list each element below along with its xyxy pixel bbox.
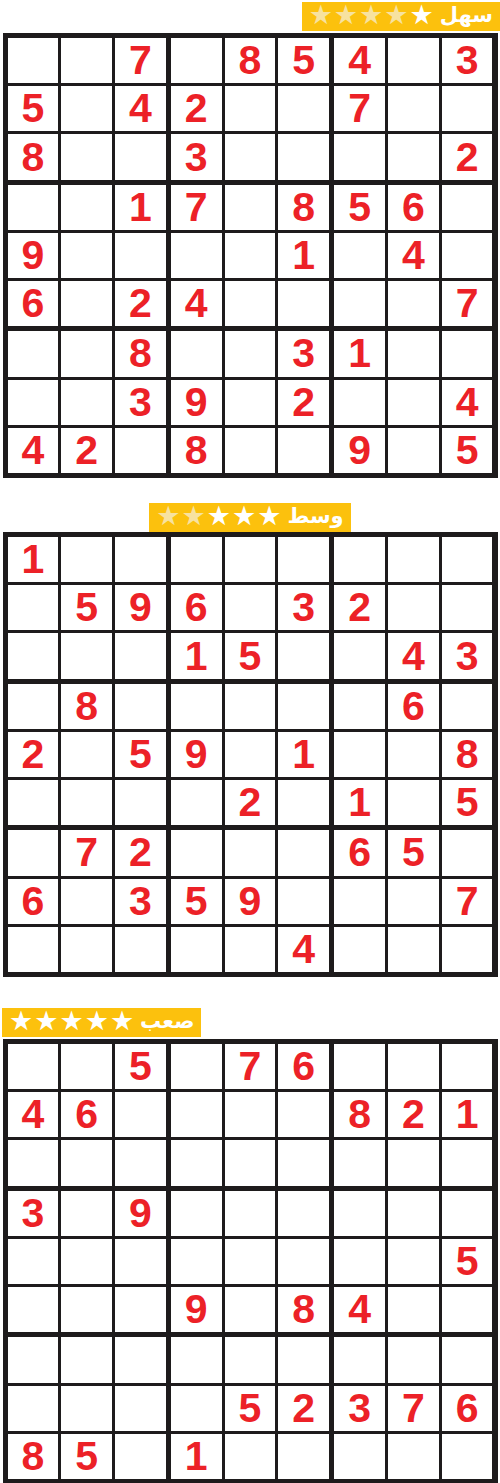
sudoku-cell-empty[interactable] (225, 1287, 276, 1332)
sudoku-cell-empty[interactable] (334, 134, 385, 179)
sudoku-cell-empty[interactable] (61, 331, 112, 376)
sudoku-cell-given: 1 (334, 331, 385, 376)
sudoku-cell-empty[interactable] (278, 1337, 329, 1382)
sudoku-cell-empty[interactable] (115, 134, 166, 179)
sudoku-cell-empty[interactable] (388, 86, 439, 131)
sudoku-cell-given: 7 (442, 879, 493, 924)
sudoku-cell-empty[interactable] (8, 1140, 59, 1185)
sudoku-box: 5647 (334, 185, 492, 327)
sudoku-cell-empty[interactable] (388, 1287, 439, 1332)
sudoku-cell-empty[interactable] (115, 233, 166, 278)
banner-row: ★★★★★ سهل (0, 2, 500, 31)
sudoku-box: 376 (334, 1337, 492, 1479)
sudoku-cell-given: 9 (8, 233, 59, 278)
sudoku-cell-empty[interactable] (388, 331, 439, 376)
sudoku-cell-given: 9 (334, 428, 385, 473)
sudoku-cell-empty[interactable] (61, 780, 112, 825)
sudoku-cell-given: 4 (388, 233, 439, 278)
sudoku-cell-given: 8 (8, 1434, 59, 1479)
sudoku-cell-empty[interactable] (278, 281, 329, 326)
puzzle-easy: ★★★★★ سهل 754885234372196278145647834239… (0, 0, 500, 478)
sudoku-cell-empty[interactable] (278, 1191, 329, 1236)
sudoku-cell-given: 3 (115, 879, 166, 924)
sudoku-cell-empty[interactable] (334, 281, 385, 326)
sudoku-cell-given: 8 (171, 428, 222, 473)
sudoku-cell-empty[interactable] (442, 927, 493, 972)
sudoku-cell-empty[interactable] (225, 1140, 276, 1185)
sudoku-cell-empty[interactable] (225, 428, 276, 473)
difficulty-label: صعب (140, 1011, 194, 1035)
sudoku-cell-empty[interactable] (61, 1191, 112, 1236)
sudoku-cell-empty[interactable] (225, 185, 276, 230)
star-filled-icon: ★ (110, 1008, 134, 1035)
sudoku-cell-empty[interactable] (171, 1044, 222, 1089)
sudoku-cell-empty[interactable] (61, 185, 112, 230)
sudoku-cell-empty[interactable] (8, 927, 59, 972)
sudoku-cell-empty[interactable] (115, 780, 166, 825)
sudoku-cell-empty[interactable] (388, 428, 439, 473)
sudoku-cell-given: 2 (8, 732, 59, 777)
sudoku-cell-empty[interactable] (442, 1337, 493, 1382)
sudoku-cell-empty[interactable] (278, 428, 329, 473)
sudoku-cell-empty[interactable] (8, 684, 59, 729)
sudoku-cell-empty[interactable] (225, 927, 276, 972)
sudoku-box: 7814 (171, 185, 329, 327)
sudoku-cell-given: 9 (115, 585, 166, 630)
sudoku-cell-empty[interactable] (171, 537, 222, 582)
sudoku-cell-given: 7 (115, 38, 166, 83)
sudoku-cell-given: 1 (334, 780, 385, 825)
sudoku-box: 546 (8, 1044, 166, 1186)
sudoku-cell-empty[interactable] (115, 927, 166, 972)
sudoku-cell-empty[interactable] (8, 1337, 59, 1382)
sudoku-cell-empty[interactable] (61, 1386, 112, 1431)
sudoku-cell-empty[interactable] (225, 1092, 276, 1137)
sudoku-box: 6315 (171, 537, 329, 679)
sudoku-cell-empty[interactable] (225, 830, 276, 875)
sudoku-cell-empty[interactable] (171, 927, 222, 972)
sudoku-cell-empty[interactable] (278, 1434, 329, 1479)
sudoku-cell-empty[interactable] (225, 585, 276, 630)
difficulty-banner: ★★★★★ صعب (2, 1008, 201, 1037)
sudoku-cell-empty[interactable] (225, 233, 276, 278)
sudoku-cell-empty[interactable] (442, 331, 493, 376)
sudoku-cell-given: 4 (278, 927, 329, 972)
sudoku-cell-empty[interactable] (171, 1386, 222, 1431)
sudoku-cell-empty[interactable] (388, 134, 439, 179)
sudoku-cell-empty[interactable] (278, 780, 329, 825)
sudoku-cell-empty[interactable] (334, 1239, 385, 1284)
sudoku-cell-empty[interactable] (278, 879, 329, 924)
sudoku-cell-given: 2 (388, 1092, 439, 1137)
sudoku-cell-empty[interactable] (278, 633, 329, 678)
sudoku-cell-given: 3 (171, 134, 222, 179)
sudoku-cell-given: 3 (442, 38, 493, 83)
sudoku-cell-given: 4 (8, 1092, 59, 1137)
sudoku-cell-given: 5 (334, 185, 385, 230)
sudoku-cell-given: 7 (388, 1386, 439, 1431)
sudoku-cell-empty[interactable] (115, 1337, 166, 1382)
sudoku-cell-empty[interactable] (442, 585, 493, 630)
sudoku-box: 521 (171, 1337, 329, 1479)
sudoku-cell-empty[interactable] (115, 1386, 166, 1431)
sudoku-cell-given: 5 (388, 830, 439, 875)
sudoku-cell-empty[interactable] (388, 1337, 439, 1382)
sudoku-cell-given: 1 (171, 633, 222, 678)
sudoku-cell-empty[interactable] (388, 1140, 439, 1185)
star-empty-icon: ★ (309, 2, 333, 29)
sudoku-cell-empty[interactable] (225, 380, 276, 425)
sudoku-cell-empty[interactable] (388, 780, 439, 825)
sudoku-cell-empty[interactable] (442, 233, 493, 278)
sudoku-box: 6815 (334, 684, 492, 826)
sudoku-cell-empty[interactable] (278, 1140, 329, 1185)
star-filled-icon: ★ (207, 503, 231, 530)
sudoku-box: 7263 (8, 830, 166, 972)
sudoku-cell-empty[interactable] (334, 879, 385, 924)
sudoku-board: 5467682139985485521376 (3, 1039, 498, 1483)
sudoku-box: 159 (8, 537, 166, 679)
sudoku-cell-empty[interactable] (61, 380, 112, 425)
sudoku-cell-empty[interactable] (334, 633, 385, 678)
sudoku-cell-given: 5 (8, 86, 59, 131)
sudoku-cell-empty[interactable] (334, 233, 385, 278)
difficulty-label: وسط (287, 506, 343, 530)
sudoku-cell-empty[interactable] (334, 380, 385, 425)
sudoku-cell-empty[interactable] (388, 537, 439, 582)
sudoku-cell-empty[interactable] (61, 1239, 112, 1284)
sudoku-cell-empty[interactable] (334, 1337, 385, 1382)
sudoku-cell-given: 1 (278, 732, 329, 777)
sudoku-cell-given: 6 (278, 1044, 329, 1089)
sudoku-cell-empty[interactable] (61, 134, 112, 179)
sudoku-cell-given: 9 (171, 732, 222, 777)
sudoku-cell-given: 1 (171, 1434, 222, 1479)
sudoku-cell-given: 3 (278, 585, 329, 630)
sudoku-cell-empty[interactable] (115, 633, 166, 678)
star-filled-icon: ★ (34, 1008, 58, 1035)
sudoku-cell-given: 7 (334, 86, 385, 131)
sudoku-cell-given: 2 (115, 830, 166, 875)
sudoku-cell-empty[interactable] (334, 1434, 385, 1479)
sudoku-box: 8523 (171, 38, 329, 180)
sudoku-cell-empty[interactable] (278, 134, 329, 179)
sudoku-cell-given: 5 (278, 38, 329, 83)
banner-row: ★★★★★ وسط (0, 503, 500, 532)
sudoku-cell-empty[interactable] (225, 134, 276, 179)
sudoku-cell-empty[interactable] (171, 1337, 222, 1382)
sudoku-cell-empty[interactable] (8, 185, 59, 230)
star-filled-icon: ★ (59, 1008, 83, 1035)
star-filled-icon: ★ (85, 1008, 109, 1035)
sudoku-cell-empty[interactable] (115, 537, 166, 582)
sudoku-box: 243 (334, 537, 492, 679)
sudoku-cell-given: 7 (225, 1044, 276, 1089)
sudoku-cell-empty[interactable] (8, 1044, 59, 1089)
sudoku-cell-empty[interactable] (61, 281, 112, 326)
sudoku-cell-empty[interactable] (278, 1092, 329, 1137)
sudoku-cell-given: 2 (442, 134, 493, 179)
sudoku-cell-empty[interactable] (8, 633, 59, 678)
sudoku-cell-empty[interactable] (225, 537, 276, 582)
puzzle-medium: ★★★★★ وسط 159631524382591268157263594657 (0, 503, 500, 977)
sudoku-cell-empty[interactable] (278, 86, 329, 131)
sudoku-cell-given: 8 (8, 134, 59, 179)
sudoku-cell-empty[interactable] (8, 1386, 59, 1431)
sudoku-box: 821 (334, 1044, 492, 1186)
sudoku-cell-empty[interactable] (61, 38, 112, 83)
sudoku-cell-given: 9 (225, 879, 276, 924)
sudoku-cell-empty[interactable] (225, 1239, 276, 1284)
star-filled-icon: ★ (232, 503, 256, 530)
difficulty-label: سهل (440, 5, 493, 29)
sudoku-cell-empty[interactable] (442, 86, 493, 131)
sudoku-cell-given: 4 (442, 380, 493, 425)
sudoku-cell-given: 4 (115, 86, 166, 131)
sudoku-cell-empty[interactable] (278, 684, 329, 729)
star-filled-icon: ★ (9, 1008, 33, 1035)
sudoku-cell-empty[interactable] (115, 1140, 166, 1185)
sudoku-cell-empty[interactable] (8, 585, 59, 630)
sudoku-cell-empty[interactable] (388, 927, 439, 972)
sudoku-cell-given: 3 (442, 633, 493, 678)
sudoku-cell-given: 8 (442, 732, 493, 777)
sudoku-cell-given: 5 (115, 732, 166, 777)
sudoku-box: 7548 (8, 38, 166, 180)
sudoku-cell-empty[interactable] (8, 830, 59, 875)
sudoku-cell-empty[interactable] (61, 537, 112, 582)
sudoku-cell-empty[interactable] (225, 331, 276, 376)
sudoku-cell-empty[interactable] (388, 281, 439, 326)
difficulty-banner: ★★★★★ سهل (302, 2, 500, 31)
sudoku-cell-given: 5 (442, 780, 493, 825)
sudoku-box: 1962 (8, 185, 166, 327)
sudoku-cell-empty[interactable] (334, 1140, 385, 1185)
sudoku-cell-empty[interactable] (334, 1191, 385, 1236)
sudoku-cell-empty[interactable] (388, 1191, 439, 1236)
sudoku-cell-empty[interactable] (388, 879, 439, 924)
sudoku-cell-given: 6 (8, 879, 59, 924)
sudoku-box: 825 (8, 684, 166, 826)
sudoku-cell-given: 2 (115, 281, 166, 326)
sudoku-cell-empty[interactable] (388, 38, 439, 83)
sudoku-cell-empty[interactable] (442, 684, 493, 729)
sudoku-cell-empty[interactable] (442, 1287, 493, 1332)
sudoku-cell-given: 3 (8, 1191, 59, 1236)
sudoku-cell-empty[interactable] (115, 684, 166, 729)
sudoku-box: 3928 (171, 331, 329, 473)
sudoku-cell-given: 6 (388, 684, 439, 729)
sudoku-cell-given: 5 (61, 1434, 112, 1479)
sudoku-cell-empty[interactable] (115, 1434, 166, 1479)
sudoku-cell-empty[interactable] (442, 1434, 493, 1479)
sudoku-cell-given: 9 (115, 1191, 166, 1236)
sudoku-cell-empty[interactable] (388, 1044, 439, 1089)
sudoku-cell-given: 3 (278, 331, 329, 376)
sudoku-cell-empty[interactable] (115, 428, 166, 473)
sudoku-cell-given: 6 (334, 830, 385, 875)
sudoku-box: 657 (334, 830, 492, 972)
sudoku-cell-empty[interactable] (334, 1044, 385, 1089)
sudoku-cell-given: 2 (61, 428, 112, 473)
sudoku-cell-empty[interactable] (61, 879, 112, 924)
sudoku-box: 4372 (334, 38, 492, 180)
sudoku-cell-given: 5 (115, 1044, 166, 1089)
star-empty-icon: ★ (182, 503, 206, 530)
sudoku-cell-given: 1 (442, 1092, 493, 1137)
sudoku-cell-empty[interactable] (225, 86, 276, 131)
sudoku-box: 54 (334, 1191, 492, 1333)
sudoku-box: 85 (8, 1337, 166, 1479)
difficulty-stars: ★★★★★ (309, 3, 434, 30)
sudoku-cell-empty[interactable] (442, 1140, 493, 1185)
sudoku-cell-given: 7 (61, 830, 112, 875)
sudoku-cell-empty[interactable] (8, 331, 59, 376)
sudoku-cell-given: 4 (388, 633, 439, 678)
difficulty-banner: ★★★★★ وسط (149, 503, 350, 532)
sudoku-box: 594 (171, 830, 329, 972)
sudoku-cell-given: 5 (225, 633, 276, 678)
sudoku-cell-empty[interactable] (278, 830, 329, 875)
sudoku-cell-empty[interactable] (61, 1140, 112, 1185)
sudoku-cell-given: 9 (171, 380, 222, 425)
sudoku-cell-given: 6 (61, 1092, 112, 1137)
sudoku-cell-empty[interactable] (171, 331, 222, 376)
sudoku-cell-empty[interactable] (8, 1239, 59, 1284)
sudoku-cell-given: 7 (442, 281, 493, 326)
sudoku-cell-empty[interactable] (388, 585, 439, 630)
sudoku-cell-empty[interactable] (225, 684, 276, 729)
sudoku-cell-empty[interactable] (388, 732, 439, 777)
sudoku-box: 1495 (334, 331, 492, 473)
sudoku-box: 98 (171, 1191, 329, 1333)
sudoku-cell-empty[interactable] (171, 38, 222, 83)
sudoku-cell-given: 8 (278, 185, 329, 230)
sudoku-cell-empty[interactable] (225, 1434, 276, 1479)
sudoku-cell-given: 6 (388, 185, 439, 230)
star-empty-icon: ★ (359, 2, 383, 29)
sudoku-cell-empty[interactable] (171, 1092, 222, 1137)
sudoku-cell-empty[interactable] (171, 780, 222, 825)
sudoku-cell-given: 5 (442, 1239, 493, 1284)
sudoku-cell-given: 5 (61, 585, 112, 630)
star-empty-icon: ★ (384, 2, 408, 29)
sudoku-cell-empty[interactable] (8, 1287, 59, 1332)
difficulty-stars: ★★★★★ (156, 504, 281, 531)
sudoku-cell-empty[interactable] (8, 780, 59, 825)
sudoku-cell-empty[interactable] (61, 1337, 112, 1382)
sudoku-cell-given: 4 (334, 38, 385, 83)
sudoku-cell-empty[interactable] (334, 732, 385, 777)
sudoku-cell-empty[interactable] (61, 633, 112, 678)
sudoku-cell-empty[interactable] (442, 1044, 493, 1089)
sudoku-cell-given: 5 (225, 1386, 276, 1431)
sudoku-cell-empty[interactable] (334, 684, 385, 729)
sudoku-cell-empty[interactable] (225, 1337, 276, 1382)
sudoku-cell-given: 8 (61, 684, 112, 729)
sudoku-cell-given: 8 (225, 38, 276, 83)
sudoku-cell-given: 4 (171, 281, 222, 326)
sudoku-cell-empty[interactable] (225, 732, 276, 777)
sudoku-cell-empty[interactable] (61, 1287, 112, 1332)
sudoku-cell-given: 7 (171, 185, 222, 230)
sudoku-cell-empty[interactable] (61, 927, 112, 972)
sudoku-cell-empty[interactable] (442, 1191, 493, 1236)
sudoku-cell-empty[interactable] (225, 1191, 276, 1236)
sudoku-cell-empty[interactable] (61, 86, 112, 131)
difficulty-stars: ★★★★★ (9, 1009, 134, 1036)
sudoku-cell-empty[interactable] (278, 537, 329, 582)
sudoku-cell-given: 8 (334, 1092, 385, 1137)
sudoku-cell-given: 2 (278, 380, 329, 425)
star-empty-icon: ★ (334, 2, 358, 29)
sudoku-cell-empty[interactable] (171, 1239, 222, 1284)
sudoku-cell-empty[interactable] (388, 1239, 439, 1284)
sudoku-cell-empty[interactable] (8, 38, 59, 83)
star-filled-icon: ★ (410, 2, 434, 29)
sudoku-cell-empty[interactable] (115, 1287, 166, 1332)
sudoku-cell-given: 9 (171, 1287, 222, 1332)
sudoku-cell-given: 2 (334, 585, 385, 630)
sudoku-cell-empty[interactable] (334, 927, 385, 972)
sudoku-cell-empty[interactable] (388, 1434, 439, 1479)
sudoku-cell-empty[interactable] (442, 830, 493, 875)
sudoku-cell-empty[interactable] (171, 1140, 222, 1185)
sudoku-box: 912 (171, 684, 329, 826)
sudoku-cell-empty[interactable] (171, 684, 222, 729)
sudoku-cell-given: 5 (171, 879, 222, 924)
sudoku-cell-empty[interactable] (61, 233, 112, 278)
sudoku-cell-empty[interactable] (115, 1239, 166, 1284)
sudoku-cell-given: 1 (278, 233, 329, 278)
sudoku-cell-given: 3 (334, 1386, 385, 1431)
sudoku-cell-given: 1 (8, 537, 59, 582)
sudoku-cell-given: 2 (278, 1386, 329, 1431)
sudoku-cell-empty[interactable] (334, 537, 385, 582)
sudoku-cell-given: 2 (225, 780, 276, 825)
sudoku-cell-given: 6 (8, 281, 59, 326)
sudoku-box: 76 (171, 1044, 329, 1186)
sudoku-cell-empty[interactable] (61, 732, 112, 777)
sudoku-cell-given: 1 (115, 185, 166, 230)
sudoku-cell-given: 4 (334, 1287, 385, 1332)
sudoku-cell-empty[interactable] (442, 185, 493, 230)
puzzle-hard: ★★★★★ صعب 5467682139985485521376 (0, 1008, 500, 1483)
sudoku-cell-empty[interactable] (115, 1092, 166, 1137)
banner-row: ★★★★★ صعب (0, 1008, 500, 1037)
star-filled-icon: ★ (257, 503, 281, 530)
sudoku-cell-empty[interactable] (388, 380, 439, 425)
sudoku-cell-empty[interactable] (171, 1191, 222, 1236)
sudoku-cell-given: 8 (278, 1287, 329, 1332)
sudoku-cell-empty[interactable] (8, 380, 59, 425)
sudoku-cell-empty[interactable] (442, 537, 493, 582)
sudoku-cell-given: 6 (171, 585, 222, 630)
sudoku-cell-given: 3 (115, 380, 166, 425)
sudoku-cell-given: 5 (442, 428, 493, 473)
sudoku-cell-empty[interactable] (171, 830, 222, 875)
sudoku-cell-empty[interactable] (61, 1044, 112, 1089)
sudoku-cell-empty[interactable] (171, 233, 222, 278)
sudoku-cell-given: 8 (115, 331, 166, 376)
sudoku-cell-empty[interactable] (278, 1239, 329, 1284)
sudoku-board: 159631524382591268157263594657 (3, 532, 498, 977)
sudoku-cell-given: 6 (442, 1386, 493, 1431)
sudoku-cell-empty[interactable] (225, 281, 276, 326)
star-empty-icon: ★ (156, 503, 180, 530)
sudoku-box: 8342 (8, 331, 166, 473)
sudoku-board: 754885234372196278145647834239281495 (3, 33, 498, 478)
